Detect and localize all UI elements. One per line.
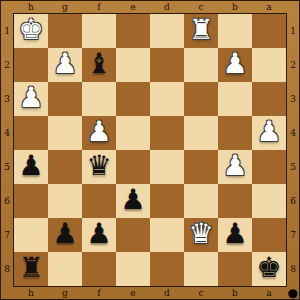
file-label-e: e [116,1,150,13]
square-h4[interactable] [14,116,48,150]
square-b6[interactable] [218,184,252,218]
rank-label-6: 6 [1,184,13,218]
square-b4[interactable] [218,116,252,150]
rank-label-7: 7 [287,218,299,252]
square-c7[interactable]: ♛ [184,218,218,252]
rank-label-2: 2 [287,48,299,82]
black-pawn[interactable]: ♟ [18,152,43,180]
square-a6[interactable] [252,184,286,218]
square-f8[interactable] [82,252,116,286]
square-c1[interactable]: ♜ [184,14,218,48]
square-f7[interactable]: ♟ [82,218,116,252]
rank-label-3: 3 [287,82,299,116]
chess-board[interactable]: ♚♜♟♝♟♟♟♟♟♛♟♟♟♟♛♟♜♚ [13,13,287,287]
file-label-d: d [150,1,184,13]
rank-label-1: 1 [287,14,299,48]
square-c8[interactable] [184,252,218,286]
square-f1[interactable] [82,14,116,48]
square-h5[interactable]: ♟ [14,150,48,184]
square-h1[interactable]: ♚ [14,14,48,48]
rank-label-5: 5 [287,150,299,184]
file-label-b: b [218,287,252,299]
white-pawn[interactable]: ♟ [222,152,247,180]
square-d4[interactable] [150,116,184,150]
square-e8[interactable] [116,252,150,286]
square-b5[interactable]: ♟ [218,150,252,184]
black-pawn[interactable]: ♟ [120,186,145,214]
square-b2[interactable]: ♟ [218,48,252,82]
rank-label-5: 5 [1,150,13,184]
square-h8[interactable]: ♜ [14,252,48,286]
white-pawn[interactable]: ♟ [86,118,111,146]
square-g4[interactable] [48,116,82,150]
chess-board-frame: hgfedcba 12345678 12345678 ♚♜♟♝♟♟♟♟♟♛♟♟♟… [0,0,300,300]
square-d7[interactable] [150,218,184,252]
rank-label-6: 6 [287,184,299,218]
square-g2[interactable]: ♟ [48,48,82,82]
square-g5[interactable] [48,150,82,184]
square-d2[interactable] [150,48,184,82]
square-c6[interactable] [184,184,218,218]
black-pawn[interactable]: ♟ [52,220,77,248]
black-pawn[interactable]: ♟ [222,220,247,248]
file-label-e: e [116,287,150,299]
square-g6[interactable] [48,184,82,218]
square-e6[interactable]: ♟ [116,184,150,218]
square-d8[interactable] [150,252,184,286]
square-g1[interactable] [48,14,82,48]
square-h7[interactable] [14,218,48,252]
square-e3[interactable] [116,82,150,116]
file-label-h: h [14,1,48,13]
file-label-g: g [48,287,82,299]
square-b8[interactable] [218,252,252,286]
file-label-c: c [184,1,218,13]
square-c3[interactable] [184,82,218,116]
rank-label-7: 7 [1,218,13,252]
square-h6[interactable] [14,184,48,218]
file-label-f: f [82,287,116,299]
file-label-h: h [14,287,48,299]
white-pawn[interactable]: ♟ [18,84,43,112]
square-e5[interactable] [116,150,150,184]
white-pawn[interactable]: ♟ [256,118,281,146]
square-d3[interactable] [150,82,184,116]
square-b1[interactable] [218,14,252,48]
file-labels-top: hgfedcba [14,1,286,13]
square-g7[interactable]: ♟ [48,218,82,252]
rank-label-1: 1 [1,14,13,48]
black-bishop[interactable]: ♝ [86,50,111,78]
white-rook[interactable]: ♜ [188,16,213,44]
square-a8[interactable]: ♚ [252,252,286,286]
black-queen[interactable]: ♛ [86,152,111,180]
square-a2[interactable] [252,48,286,82]
square-e7[interactable] [116,218,150,252]
square-b3[interactable] [218,82,252,116]
square-h2[interactable] [14,48,48,82]
rank-label-4: 4 [287,116,299,150]
rank-label-4: 4 [1,116,13,150]
square-c2[interactable] [184,48,218,82]
square-c4[interactable] [184,116,218,150]
square-e2[interactable] [116,48,150,82]
square-f5[interactable]: ♛ [82,150,116,184]
rank-label-2: 2 [1,48,13,82]
file-label-a: a [252,287,286,299]
black-to-move-indicator: ● [288,287,298,300]
file-label-c: c [184,287,218,299]
square-a5[interactable] [252,150,286,184]
rank-labels-right: 12345678 [287,14,299,286]
square-d6[interactable] [150,184,184,218]
square-g8[interactable] [48,252,82,286]
file-label-b: b [218,1,252,13]
square-f6[interactable] [82,184,116,218]
square-b7[interactable]: ♟ [218,218,252,252]
file-label-a: a [252,1,286,13]
file-label-g: g [48,1,82,13]
file-label-d: d [150,287,184,299]
square-g3[interactable] [48,82,82,116]
black-pawn[interactable]: ♟ [86,220,111,248]
black-rook[interactable]: ♜ [18,254,43,282]
square-a1[interactable] [252,14,286,48]
rank-label-8: 8 [287,252,299,286]
rank-label-3: 3 [1,82,13,116]
square-h3[interactable]: ♟ [14,82,48,116]
square-d1[interactable] [150,14,184,48]
square-a7[interactable] [252,218,286,252]
square-c5[interactable] [184,150,218,184]
black-king[interactable]: ♚ [256,254,281,282]
square-f4[interactable]: ♟ [82,116,116,150]
white-king[interactable]: ♚ [18,16,43,44]
square-f2[interactable]: ♝ [82,48,116,82]
file-label-f: f [82,1,116,13]
white-queen[interactable]: ♛ [188,220,213,248]
square-f3[interactable] [82,82,116,116]
square-a4[interactable]: ♟ [252,116,286,150]
rank-labels-left: 12345678 [1,14,13,286]
square-e4[interactable] [116,116,150,150]
rank-label-8: 8 [1,252,13,286]
file-labels-bottom: hgfedcba [14,287,286,299]
square-e1[interactable] [116,14,150,48]
white-pawn[interactable]: ♟ [52,50,77,78]
square-d5[interactable] [150,150,184,184]
square-a3[interactable] [252,82,286,116]
white-pawn[interactable]: ♟ [222,50,247,78]
